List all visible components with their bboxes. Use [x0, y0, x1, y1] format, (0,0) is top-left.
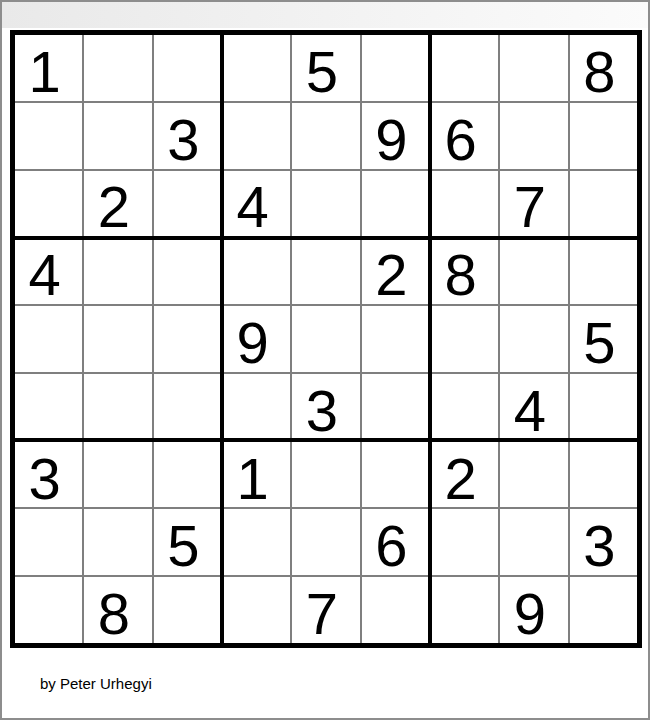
cell-r6c7 — [431, 374, 498, 440]
cell-r8c6: 6 — [362, 509, 429, 575]
given-digit: 5 — [583, 314, 615, 372]
cell-r9c1 — [15, 577, 82, 643]
cell-r2c2 — [84, 103, 151, 169]
given-digit: 8 — [445, 246, 477, 304]
sudoku-page: 1583962474289534312563879 by Peter Urheg… — [0, 0, 650, 720]
cell-r8c3: 5 — [154, 509, 221, 575]
sudoku-board: 1583962474289534312563879 — [10, 30, 642, 648]
cell-r6c3 — [154, 374, 221, 440]
cell-r3c7 — [431, 171, 498, 237]
cell-r9c7 — [431, 577, 498, 643]
given-digit: 4 — [514, 382, 546, 440]
given-digit: 9 — [514, 585, 546, 643]
cell-r6c9 — [570, 374, 637, 440]
given-digit: 9 — [237, 314, 269, 372]
cell-r4c1: 4 — [15, 238, 82, 304]
given-digit: 6 — [375, 517, 407, 575]
cell-r9c9 — [570, 577, 637, 643]
cell-r1c4 — [223, 35, 290, 101]
given-digit: 7 — [306, 585, 338, 643]
cell-r7c3 — [154, 442, 221, 508]
cell-r5c3 — [154, 306, 221, 372]
cell-r1c8 — [500, 35, 567, 101]
box-divider-vertical-1 — [220, 35, 224, 643]
given-digit: 3 — [167, 111, 199, 169]
cell-r9c3 — [154, 577, 221, 643]
cell-r4c9 — [570, 238, 637, 304]
given-digit: 7 — [514, 178, 546, 236]
cell-r3c9 — [570, 171, 637, 237]
cell-r8c8 — [500, 509, 567, 575]
box-divider-horizontal-2 — [15, 438, 637, 442]
cell-r3c5 — [292, 171, 359, 237]
cell-r1c7 — [431, 35, 498, 101]
cell-r2c9 — [570, 103, 637, 169]
cell-r5c4: 9 — [223, 306, 290, 372]
given-digit: 2 — [98, 178, 130, 236]
cell-r5c2 — [84, 306, 151, 372]
cell-r1c6 — [362, 35, 429, 101]
given-digit: 8 — [583, 43, 615, 101]
cell-r2c3: 3 — [154, 103, 221, 169]
given-digit: 6 — [445, 111, 477, 169]
cell-r5c7 — [431, 306, 498, 372]
cell-r9c4 — [223, 577, 290, 643]
author-caption: by Peter Urhegyi — [40, 675, 152, 692]
cell-r5c1 — [15, 306, 82, 372]
given-digit: 3 — [583, 517, 615, 575]
cell-r8c4 — [223, 509, 290, 575]
cell-r8c1 — [15, 509, 82, 575]
cell-r3c1 — [15, 171, 82, 237]
given-digit: 3 — [29, 450, 61, 508]
cell-r3c2: 2 — [84, 171, 151, 237]
given-digit: 3 — [306, 382, 338, 440]
cell-r1c5: 5 — [292, 35, 359, 101]
given-digit: 2 — [445, 450, 477, 508]
cell-r1c2 — [84, 35, 151, 101]
cell-r5c5 — [292, 306, 359, 372]
cell-r6c4 — [223, 374, 290, 440]
cell-r8c5 — [292, 509, 359, 575]
cell-r7c7: 2 — [431, 442, 498, 508]
cell-r7c4: 1 — [223, 442, 290, 508]
cell-r5c8 — [500, 306, 567, 372]
cell-r3c6 — [362, 171, 429, 237]
given-digit: 1 — [29, 43, 61, 101]
cell-r3c4: 4 — [223, 171, 290, 237]
cell-r3c8: 7 — [500, 171, 567, 237]
cell-r4c3 — [154, 238, 221, 304]
given-digit: 8 — [98, 585, 130, 643]
given-digit: 2 — [375, 246, 407, 304]
cell-r5c6 — [362, 306, 429, 372]
cell-r6c5: 3 — [292, 374, 359, 440]
cell-r3c3 — [154, 171, 221, 237]
cell-r5c9: 5 — [570, 306, 637, 372]
cell-r7c8 — [500, 442, 567, 508]
box-divider-horizontal-1 — [15, 236, 637, 240]
cell-r4c2 — [84, 238, 151, 304]
cell-r4c5 — [292, 238, 359, 304]
given-digit: 4 — [237, 178, 269, 236]
cell-r6c2 — [84, 374, 151, 440]
given-digit: 5 — [306, 43, 338, 101]
cell-r2c1 — [15, 103, 82, 169]
cell-r4c4 — [223, 238, 290, 304]
cell-r9c8: 9 — [500, 577, 567, 643]
cell-r4c7: 8 — [431, 238, 498, 304]
cell-r7c5 — [292, 442, 359, 508]
cell-r6c1 — [15, 374, 82, 440]
cell-r1c9: 8 — [570, 35, 637, 101]
cell-r7c9 — [570, 442, 637, 508]
given-digit: 4 — [29, 246, 61, 304]
cell-r8c7 — [431, 509, 498, 575]
cell-r2c8 — [500, 103, 567, 169]
cell-r9c2: 8 — [84, 577, 151, 643]
given-digit: 5 — [167, 517, 199, 575]
cell-r7c2 — [84, 442, 151, 508]
cell-r2c7: 6 — [431, 103, 498, 169]
cell-r9c6 — [362, 577, 429, 643]
cell-r8c2 — [84, 509, 151, 575]
sudoku-grid: 1583962474289534312563879 — [15, 35, 637, 643]
cell-r1c3 — [154, 35, 221, 101]
cell-r7c1: 3 — [15, 442, 82, 508]
cell-r4c8 — [500, 238, 567, 304]
cell-r8c9: 3 — [570, 509, 637, 575]
cell-r1c1: 1 — [15, 35, 82, 101]
cell-r2c4 — [223, 103, 290, 169]
cell-r7c6 — [362, 442, 429, 508]
box-divider-vertical-2 — [428, 35, 432, 643]
cell-r2c6: 9 — [362, 103, 429, 169]
cell-r2c5 — [292, 103, 359, 169]
cell-r6c8: 4 — [500, 374, 567, 440]
cell-r9c5: 7 — [292, 577, 359, 643]
top-banner — [2, 2, 648, 28]
cell-r6c6 — [362, 374, 429, 440]
cell-r4c6: 2 — [362, 238, 429, 304]
given-digit: 9 — [375, 111, 407, 169]
given-digit: 1 — [237, 450, 269, 508]
